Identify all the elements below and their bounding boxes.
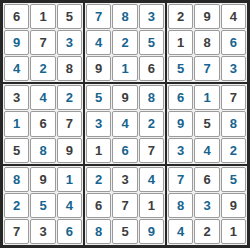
cell-r7c8[interactable]: 6 [194,167,219,192]
cell-r7c7[interactable]: 7 [168,167,193,192]
cell-r7c3[interactable]: 1 [57,167,82,192]
cell-r1c5[interactable]: 8 [112,4,137,29]
cell-r3c4[interactable]: 9 [86,56,111,81]
cell-r6c2[interactable]: 8 [30,138,55,163]
cell-r5c4[interactable]: 3 [86,111,111,136]
box-9: 765839421 [167,166,247,245]
cell-r3c7[interactable]: 5 [168,56,193,81]
cell-r3c8[interactable]: 7 [194,56,219,81]
cell-r6c4[interactable]: 1 [86,138,111,163]
cell-r2c6[interactable]: 5 [139,30,164,55]
cell-r1c2[interactable]: 1 [30,4,55,29]
cell-r5c7[interactable]: 9 [168,111,193,136]
cell-r7c5[interactable]: 3 [112,167,137,192]
cell-r9c3[interactable]: 6 [57,219,82,244]
cell-r5c6[interactable]: 2 [139,111,164,136]
cell-r4c4[interactable]: 5 [86,85,111,110]
cell-r9c5[interactable]: 5 [112,219,137,244]
cell-r9c9[interactable]: 1 [221,219,246,244]
cell-r4c3[interactable]: 2 [57,85,82,110]
cell-r5c5[interactable]: 4 [112,111,137,136]
cell-r2c5[interactable]: 2 [112,30,137,55]
cell-r5c3[interactable]: 7 [57,111,82,136]
box-8: 234671859 [85,166,165,245]
cell-r6c7[interactable]: 3 [168,138,193,163]
cell-r9c1[interactable]: 7 [4,219,29,244]
cell-r3c3[interactable]: 8 [57,56,82,81]
cell-r4c8[interactable]: 1 [194,85,219,110]
cell-r1c1[interactable]: 6 [4,4,29,29]
cell-r9c6[interactable]: 9 [139,219,164,244]
cell-r8c3[interactable]: 4 [57,193,82,218]
box-2: 783425916 [85,3,165,82]
cell-r6c3[interactable]: 9 [57,138,82,163]
cell-r4c9[interactable]: 7 [221,85,246,110]
box-1: 615973428 [3,3,83,82]
cell-r6c6[interactable]: 7 [139,138,164,163]
cell-r5c1[interactable]: 1 [4,111,29,136]
cell-r9c7[interactable]: 4 [168,219,193,244]
sudoku-board: 6159734287834259162941865733421675895983… [0,0,250,248]
cell-r7c6[interactable]: 4 [139,167,164,192]
cell-r9c4[interactable]: 8 [86,219,111,244]
cell-r1c3[interactable]: 5 [57,4,82,29]
cell-r2c2[interactable]: 7 [30,30,55,55]
cell-r6c9[interactable]: 2 [221,138,246,163]
cell-r2c1[interactable]: 9 [4,30,29,55]
cell-r5c8[interactable]: 5 [194,111,219,136]
cell-r5c2[interactable]: 6 [30,111,55,136]
box-7: 891254736 [3,166,83,245]
cell-r2c7[interactable]: 1 [168,30,193,55]
cell-r4c6[interactable]: 8 [139,85,164,110]
box-3: 294186573 [167,3,247,82]
cell-r9c8[interactable]: 2 [194,219,219,244]
cell-r3c2[interactable]: 2 [30,56,55,81]
cell-r1c9[interactable]: 4 [221,4,246,29]
cell-r2c4[interactable]: 4 [86,30,111,55]
cell-r9c2[interactable]: 3 [30,219,55,244]
cell-r4c7[interactable]: 6 [168,85,193,110]
cell-r1c4[interactable]: 7 [86,4,111,29]
cell-r1c8[interactable]: 9 [194,4,219,29]
cell-r7c2[interactable]: 9 [30,167,55,192]
cell-r2c8[interactable]: 8 [194,30,219,55]
cell-r7c1[interactable]: 8 [4,167,29,192]
cell-r8c9[interactable]: 9 [221,193,246,218]
cell-r3c1[interactable]: 4 [4,56,29,81]
box-5: 598342167 [85,84,165,163]
cell-r3c6[interactable]: 6 [139,56,164,81]
cell-r8c6[interactable]: 1 [139,193,164,218]
cell-r8c5[interactable]: 7 [112,193,137,218]
cell-r4c2[interactable]: 4 [30,85,55,110]
cell-r1c7[interactable]: 2 [168,4,193,29]
cell-r6c8[interactable]: 4 [194,138,219,163]
box-6: 617958342 [167,84,247,163]
cell-r2c3[interactable]: 3 [57,30,82,55]
cell-r3c5[interactable]: 1 [112,56,137,81]
cell-r6c1[interactable]: 5 [4,138,29,163]
cell-r7c4[interactable]: 2 [86,167,111,192]
cell-r4c1[interactable]: 3 [4,85,29,110]
cell-r8c7[interactable]: 8 [168,193,193,218]
cell-r8c1[interactable]: 2 [4,193,29,218]
cell-r3c9[interactable]: 3 [221,56,246,81]
cell-r8c4[interactable]: 6 [86,193,111,218]
cell-r1c6[interactable]: 3 [139,4,164,29]
box-4: 342167589 [3,84,83,163]
cell-r8c8[interactable]: 3 [194,193,219,218]
cell-r2c9[interactable]: 6 [221,30,246,55]
cell-r4c5[interactable]: 9 [112,85,137,110]
cell-r7c9[interactable]: 5 [221,167,246,192]
cell-r6c5[interactable]: 6 [112,138,137,163]
cell-r5c9[interactable]: 8 [221,111,246,136]
cell-r8c2[interactable]: 5 [30,193,55,218]
